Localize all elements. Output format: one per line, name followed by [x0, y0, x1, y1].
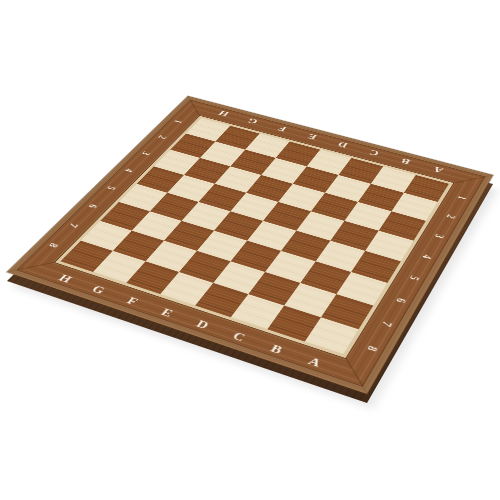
chess-board: HGFEDCBA HGFEDCBA 12345678 12345678 [7, 96, 493, 394]
product-photo-stage: HGFEDCBA HGFEDCBA 12345678 12345678 [0, 0, 500, 500]
